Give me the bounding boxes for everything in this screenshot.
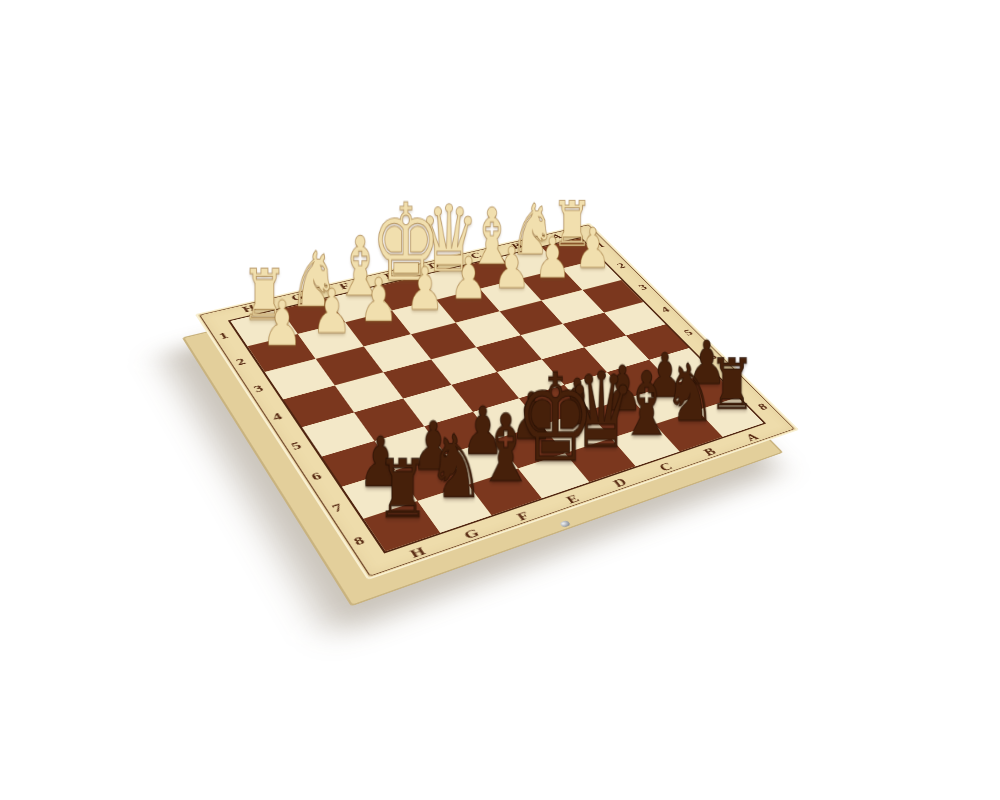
board-perspective-wrapper: HGFEDCBA HGFEDCBA 12345678 12345678 ♜♞♝♚… — [139, 99, 854, 644]
piece-white-pawn-h2[interactable]: ♟ — [230, 295, 335, 354]
clasp-pin-icon — [559, 520, 571, 528]
photo-background: HGFEDCBA HGFEDCBA 12345678 12345678 ♜♞♝♚… — [0, 0, 1000, 800]
chess-board: HGFEDCBA HGFEDCBA 12345678 12345678 ♜♞♝♚… — [195, 223, 799, 580]
piece-black-rook-h8[interactable]: ♜ — [344, 451, 462, 528]
